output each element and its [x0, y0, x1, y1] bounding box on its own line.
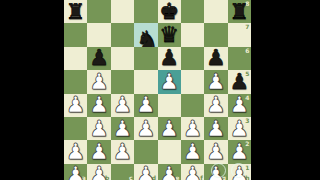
piece-black-queen[interactable]: ♛ — [158, 23, 181, 46]
square-e1[interactable]: e♟ — [158, 164, 181, 180]
square-b4[interactable]: ♟ — [87, 94, 110, 117]
piece-black-pawn[interactable]: ♟ — [228, 70, 251, 93]
square-c1[interactable]: c — [111, 164, 134, 180]
square-e7[interactable]: ♛ — [158, 23, 181, 46]
square-f4[interactable] — [181, 94, 204, 117]
rank-label-6: 6 — [245, 48, 249, 54]
square-e3[interactable]: ♟ — [158, 117, 181, 140]
piece-white-pawn[interactable]: ♟ — [228, 94, 251, 117]
piece-white-pawn[interactable]: ♟ — [64, 94, 87, 117]
square-d5[interactable] — [134, 70, 157, 93]
square-d2[interactable] — [134, 140, 157, 163]
square-f3[interactable]: ♟ — [181, 117, 204, 140]
chess-board: ♜♚8♜♞♛7♟♟♟6♟♟♟5♟♟♟♟♟♟4♟♟♟♟♟♟♟3♟♟♟♟♟♟2♟a♟… — [64, 0, 251, 180]
square-h4[interactable]: 4♟ — [228, 94, 251, 117]
piece-white-pawn[interactable]: ♟ — [204, 117, 227, 140]
square-f2[interactable]: ♟ — [181, 140, 204, 163]
piece-white-pawn[interactable]: ♟ — [228, 140, 251, 163]
square-b5[interactable]: ♟ — [87, 70, 110, 93]
square-c3[interactable]: ♟ — [111, 117, 134, 140]
square-b6[interactable]: ♟ — [87, 47, 110, 70]
square-g8[interactable] — [204, 0, 227, 23]
square-h2[interactable]: 2♟ — [228, 140, 251, 163]
piece-black-pawn[interactable]: ♟ — [204, 47, 227, 70]
square-a3[interactable] — [64, 117, 87, 140]
piece-white-pawn[interactable]: ♟ — [134, 94, 157, 117]
piece-white-pawn[interactable]: ♟ — [64, 164, 87, 180]
piece-white-pawn[interactable]: ♟ — [87, 117, 110, 140]
square-c8[interactable] — [111, 0, 134, 23]
square-g3[interactable]: ♟ — [204, 117, 227, 140]
letterbox-right — [256, 0, 320, 180]
square-b3[interactable]: ♟ — [87, 117, 110, 140]
piece-white-pawn[interactable]: ♟ — [181, 117, 204, 140]
square-f5[interactable] — [181, 70, 204, 93]
piece-black-pawn[interactable]: ♟ — [87, 47, 110, 70]
square-f1[interactable]: f♟ — [181, 164, 204, 180]
square-c4[interactable]: ♟ — [111, 94, 134, 117]
square-d6[interactable] — [134, 47, 157, 70]
square-g7[interactable] — [204, 23, 227, 46]
square-d7[interactable]: ♞ — [134, 23, 157, 46]
square-c2[interactable]: ♟ — [111, 140, 134, 163]
piece-white-pawn[interactable]: ♟ — [158, 164, 181, 180]
square-g6[interactable]: ♟ — [204, 47, 227, 70]
letterbox-left — [0, 0, 64, 180]
square-f6[interactable] — [181, 47, 204, 70]
square-e2[interactable] — [158, 140, 181, 163]
square-h5[interactable]: 5♟ — [228, 70, 251, 93]
square-c5[interactable] — [111, 70, 134, 93]
piece-white-pawn[interactable]: ♟ — [87, 140, 110, 163]
square-a1[interactable]: a♟ — [64, 164, 87, 180]
piece-white-pawn[interactable]: ♟ — [204, 94, 227, 117]
square-e6[interactable]: ♟ — [158, 47, 181, 70]
square-e5[interactable]: ♟ — [158, 70, 181, 93]
square-g2[interactable]: ♟ — [204, 140, 227, 163]
piece-white-pawn[interactable]: ♟ — [87, 70, 110, 93]
file-label-c: c — [129, 175, 133, 180]
square-e4[interactable] — [158, 94, 181, 117]
piece-white-pawn[interactable]: ♟ — [181, 164, 204, 180]
piece-white-pawn[interactable]: ♟ — [111, 117, 134, 140]
watermark-circle-2 — [231, 163, 246, 178]
piece-white-pawn[interactable]: ♟ — [111, 94, 134, 117]
square-h3[interactable]: 3♟ — [228, 117, 251, 140]
square-g5[interactable]: ♟ — [204, 70, 227, 93]
piece-white-pawn[interactable]: ♟ — [181, 140, 204, 163]
square-h7[interactable]: 7 — [228, 23, 251, 46]
square-a4[interactable]: ♟ — [64, 94, 87, 117]
piece-white-pawn[interactable]: ♟ — [158, 117, 181, 140]
square-f7[interactable] — [181, 23, 204, 46]
square-d1[interactable]: d♟ — [134, 164, 157, 180]
piece-white-pawn[interactable]: ♟ — [134, 117, 157, 140]
square-a7[interactable] — [64, 23, 87, 46]
video-frame: ♜♚8♜♞♛7♟♟♟6♟♟♟5♟♟♟♟♟♟4♟♟♟♟♟♟♟3♟♟♟♟♟♟2♟a♟… — [0, 0, 320, 180]
square-d3[interactable]: ♟ — [134, 117, 157, 140]
square-h6[interactable]: 6 — [228, 47, 251, 70]
square-c6[interactable] — [111, 47, 134, 70]
square-f8[interactable] — [181, 0, 204, 23]
piece-white-pawn[interactable]: ♟ — [158, 70, 181, 93]
square-b2[interactable]: ♟ — [87, 140, 110, 163]
square-e8[interactable]: ♚ — [158, 0, 181, 23]
square-d8[interactable] — [134, 0, 157, 23]
square-b7[interactable] — [87, 23, 110, 46]
piece-white-pawn[interactable]: ♟ — [204, 70, 227, 93]
piece-black-pawn[interactable]: ♟ — [158, 47, 181, 70]
square-d4[interactable]: ♟ — [134, 94, 157, 117]
piece-white-pawn[interactable]: ♟ — [134, 164, 157, 180]
piece-white-pawn[interactable]: ♟ — [87, 164, 110, 180]
square-b1[interactable]: b♟ — [87, 164, 110, 180]
piece-black-king[interactable]: ♚ — [158, 0, 181, 23]
square-a8[interactable]: ♜ — [64, 0, 87, 23]
square-a2[interactable]: ♟ — [64, 140, 87, 163]
square-a6[interactable] — [64, 47, 87, 70]
square-g4[interactable]: ♟ — [204, 94, 227, 117]
square-c7[interactable] — [111, 23, 134, 46]
square-h8[interactable]: 8♜ — [228, 0, 251, 23]
watermark-circle-1 — [211, 163, 226, 178]
square-b8[interactable] — [87, 0, 110, 23]
piece-white-pawn[interactable]: ♟ — [87, 94, 110, 117]
piece-black-rook[interactable]: ♜ — [228, 0, 251, 23]
piece-white-pawn[interactable]: ♟ — [111, 140, 134, 163]
rank-label-7: 7 — [245, 24, 249, 30]
piece-white-pawn[interactable]: ♟ — [64, 140, 87, 163]
square-a5[interactable] — [64, 70, 87, 93]
piece-white-pawn[interactable]: ♟ — [204, 140, 227, 163]
piece-black-rook[interactable]: ♜ — [64, 0, 87, 23]
piece-white-pawn[interactable]: ♟ — [228, 117, 251, 140]
